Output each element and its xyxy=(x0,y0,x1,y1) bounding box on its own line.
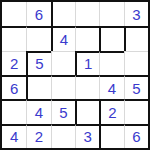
cell-r3c4[interactable]: 1 xyxy=(75,51,99,75)
cell-r1c4[interactable] xyxy=(75,2,99,26)
given-digit: 4 xyxy=(10,128,18,145)
cell-r6c5[interactable] xyxy=(99,124,123,148)
given-digit: 6 xyxy=(10,80,18,97)
given-digit: 3 xyxy=(83,128,91,145)
given-digit: 5 xyxy=(59,104,67,121)
cell-r5c2[interactable]: 4 xyxy=(26,99,50,123)
cell-r3c6[interactable] xyxy=(124,51,148,75)
given-digit: 5 xyxy=(132,80,140,97)
cell-r2c5[interactable] xyxy=(99,26,123,50)
given-digit: 4 xyxy=(60,31,68,48)
cell-r4c3[interactable] xyxy=(51,75,75,99)
cell-r6c3[interactable] xyxy=(51,124,75,148)
given-digit: 5 xyxy=(35,55,43,72)
cell-r3c1[interactable]: 2 xyxy=(2,51,26,75)
cell-r1c6[interactable]: 3 xyxy=(124,2,148,26)
given-digit: 6 xyxy=(35,6,43,23)
cell-r3c3[interactable] xyxy=(51,51,75,75)
cell-r1c1[interactable] xyxy=(2,2,26,26)
given-digit: 4 xyxy=(108,80,116,97)
given-digit: 1 xyxy=(84,55,92,72)
given-digit: 3 xyxy=(132,6,140,23)
cell-r6c1[interactable]: 4 xyxy=(2,124,26,148)
given-digit: 6 xyxy=(132,128,140,145)
given-digit: 2 xyxy=(35,128,43,145)
cell-r4c4[interactable] xyxy=(75,75,99,99)
cell-r4c2[interactable] xyxy=(26,75,50,99)
cell-r5c5[interactable]: 2 xyxy=(99,99,123,123)
cell-r4c1[interactable]: 6 xyxy=(2,75,26,99)
cell-r2c6[interactable] xyxy=(124,26,148,50)
cell-r1c2[interactable]: 6 xyxy=(26,2,50,26)
cell-r2c1[interactable] xyxy=(2,26,26,50)
cell-r2c4[interactable] xyxy=(75,26,99,50)
puzzle-board: 6342516454524236 xyxy=(0,0,150,150)
cell-r3c5[interactable] xyxy=(99,51,123,75)
cell-r1c5[interactable] xyxy=(99,2,123,26)
cell-r2c3[interactable]: 4 xyxy=(51,26,75,50)
cell-r6c6[interactable]: 6 xyxy=(124,124,148,148)
cell-r5c4[interactable] xyxy=(75,99,99,123)
cell-r5c1[interactable] xyxy=(2,99,26,123)
cell-r5c6[interactable] xyxy=(124,99,148,123)
given-digit: 2 xyxy=(10,55,18,72)
cell-r4c6[interactable]: 5 xyxy=(124,75,148,99)
cell-r3c2[interactable]: 5 xyxy=(26,51,50,75)
cell-r4c5[interactable]: 4 xyxy=(99,75,123,99)
given-digit: 4 xyxy=(35,104,43,121)
cell-r2c2[interactable] xyxy=(26,26,50,50)
cell-r6c2[interactable]: 2 xyxy=(26,124,50,148)
cell-r6c4[interactable]: 3 xyxy=(75,124,99,148)
cell-r1c3[interactable] xyxy=(51,2,75,26)
given-digit: 2 xyxy=(108,104,116,121)
cell-r5c3[interactable]: 5 xyxy=(51,99,75,123)
